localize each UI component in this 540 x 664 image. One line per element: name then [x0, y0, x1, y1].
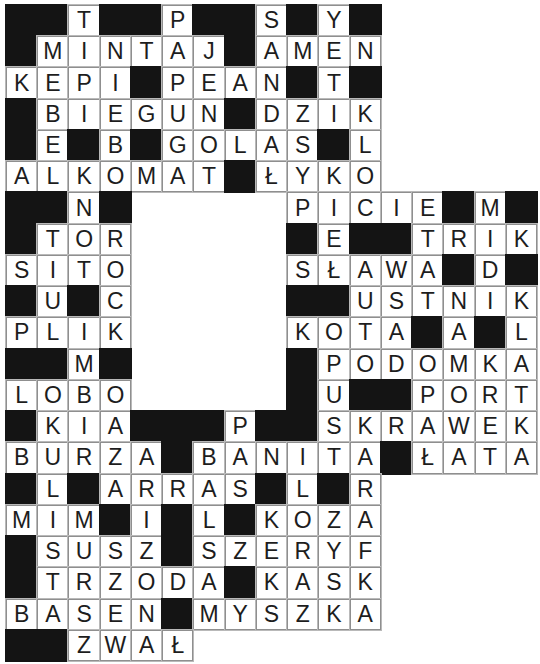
cell-r9c9	[287, 286, 318, 317]
letter-cell-r5c9[interactable]: Y	[287, 161, 318, 192]
letter-cell-r14c7[interactable]: A	[225, 442, 256, 473]
cell-r17c5	[162, 536, 193, 567]
letter-cell-r18c1[interactable]: T	[37, 567, 68, 598]
cell-r0c11	[350, 5, 381, 36]
letter-cell-r1c8[interactable]: A	[256, 36, 287, 67]
letter-cell-r20c4[interactable]: A	[131, 630, 162, 661]
letter-cell-r6c13[interactable]: E	[412, 192, 443, 223]
letter-cell-r8c11[interactable]: A	[350, 255, 381, 286]
image-window-area	[225, 349, 256, 380]
letter-cell-r11c12[interactable]: D	[381, 349, 412, 380]
cell-r1c7	[225, 36, 256, 67]
letter-cell-r3c9[interactable]: Z	[287, 99, 318, 130]
cell-r7c9	[287, 224, 318, 255]
page-background-area	[256, 630, 287, 661]
letter-cell-r4c8[interactable]: A	[256, 130, 287, 161]
letter-cell-r5c11[interactable]: O	[350, 161, 381, 192]
letter-cell-r17c11[interactable]: F	[350, 536, 381, 567]
letter-cell-r19c1[interactable]: A	[37, 599, 68, 630]
page-background-area	[475, 567, 506, 598]
letter-cell-r8c1[interactable]: I	[37, 255, 68, 286]
page-background-area	[506, 161, 537, 192]
letter-cell-r14c3[interactable]: Z	[100, 442, 131, 473]
cell-r1c0	[6, 36, 37, 67]
letter-cell-r18c5[interactable]: D	[162, 567, 193, 598]
letter-cell-r15c9[interactable]: L	[287, 474, 318, 505]
letter-cell-r9c13[interactable]: T	[412, 286, 443, 317]
cell-r2c4	[131, 67, 162, 98]
page-background-area	[412, 161, 443, 192]
letter-cell-r16c4[interactable]: I	[131, 505, 162, 536]
cell-r13c6	[193, 411, 224, 442]
letter-cell-r11c14[interactable]: M	[443, 349, 474, 380]
letter-cell-r2c5[interactable]: P	[162, 67, 193, 98]
letter-cell-r18c6[interactable]: A	[193, 567, 224, 598]
letter-cell-r15c11[interactable]: R	[350, 474, 381, 505]
letter-cell-r14c9[interactable]: I	[287, 442, 318, 473]
letter-cell-r16c2[interactable]: M	[68, 505, 99, 536]
letter-cell-r12c1[interactable]: O	[37, 380, 68, 411]
letter-cell-r2c8[interactable]: N	[256, 67, 287, 98]
letter-cell-r4c5[interactable]: G	[162, 130, 193, 161]
page-background-area	[412, 505, 443, 536]
letter-cell-r15c5[interactable]: R	[162, 474, 193, 505]
letter-cell-r17c9[interactable]: R	[287, 536, 318, 567]
page-background-area	[381, 536, 412, 567]
letter-cell-r12c14[interactable]: O	[443, 380, 474, 411]
letter-cell-r19c8[interactable]: S	[256, 599, 287, 630]
letter-cell-r6c15[interactable]: M	[475, 192, 506, 223]
letter-cell-r16c6[interactable]: L	[193, 505, 224, 536]
letter-cell-r13c3[interactable]: A	[100, 411, 131, 442]
letter-cell-r7c15[interactable]: I	[475, 224, 506, 255]
letter-cell-r8c15[interactable]: D	[475, 255, 506, 286]
image-window-area	[225, 192, 256, 223]
letter-cell-r3c4[interactable]: G	[131, 99, 162, 130]
letter-cell-r19c4[interactable]: N	[131, 599, 162, 630]
letter-cell-r14c16[interactable]: A	[506, 442, 537, 473]
cell-r13c0	[6, 411, 37, 442]
letter-cell-r5c2[interactable]: K	[68, 161, 99, 192]
letter-cell-r13c13[interactable]: A	[412, 411, 443, 442]
page-background-area	[381, 67, 412, 98]
cell-r11c1	[37, 349, 68, 380]
page-background-area	[381, 474, 412, 505]
letter-cell-r3c6[interactable]: N	[193, 99, 224, 130]
page-background-area	[506, 99, 537, 130]
page-background-area	[412, 99, 443, 130]
page-background-area	[318, 630, 349, 661]
page-background-area	[381, 599, 412, 630]
page-background-area	[506, 630, 537, 661]
image-window-area	[162, 192, 193, 223]
letter-cell-r8c12[interactable]: W	[381, 255, 412, 286]
cell-r3c7	[225, 99, 256, 130]
letter-cell-r2c0[interactable]: K	[6, 67, 37, 98]
image-window-area	[256, 317, 287, 348]
letter-cell-r19c3[interactable]: E	[100, 599, 131, 630]
letter-cell-r17c1[interactable]: S	[37, 536, 68, 567]
letter-cell-r10c10[interactable]: O	[318, 317, 349, 348]
letter-cell-r5c8[interactable]: Ł	[256, 161, 287, 192]
cell-r19c5	[162, 599, 193, 630]
cell-r8c16	[506, 255, 537, 286]
letter-cell-r2c2[interactable]: P	[68, 67, 99, 98]
letter-cell-r3c1[interactable]: B	[37, 99, 68, 130]
letter-cell-r19c6[interactable]: M	[193, 599, 224, 630]
cell-r13c4	[131, 411, 162, 442]
letter-cell-r18c2[interactable]: R	[68, 567, 99, 598]
letter-cell-r10c9[interactable]: K	[287, 317, 318, 348]
letter-cell-r1c5[interactable]: A	[162, 36, 193, 67]
cell-r0c9	[287, 5, 318, 36]
page-background-area	[475, 505, 506, 536]
letter-cell-r16c9[interactable]: O	[287, 505, 318, 536]
cell-r0c4	[131, 5, 162, 36]
image-window-area	[193, 224, 224, 255]
letter-cell-r2c3[interactable]: I	[100, 67, 131, 98]
letter-cell-r10c3[interactable]: K	[100, 317, 131, 348]
image-window-area	[131, 192, 162, 223]
page-background-area	[443, 567, 474, 598]
letter-cell-r4c1[interactable]: E	[37, 130, 68, 161]
letter-cell-r10c14[interactable]: A	[443, 317, 474, 348]
cell-r9c0	[6, 286, 37, 317]
letter-cell-r2c6[interactable]: E	[193, 67, 224, 98]
image-window-area	[131, 380, 162, 411]
cell-r11c3	[100, 349, 131, 380]
page-background-area	[475, 36, 506, 67]
letter-cell-r8c3[interactable]: O	[100, 255, 131, 286]
image-window-area	[225, 286, 256, 317]
letter-cell-r2c10[interactable]: T	[318, 67, 349, 98]
letter-cell-r7c2[interactable]: O	[68, 224, 99, 255]
letter-cell-r18c3[interactable]: Z	[100, 567, 131, 598]
letter-cell-r17c7[interactable]: Z	[225, 536, 256, 567]
image-window-area	[225, 224, 256, 255]
letter-cell-r12c2[interactable]: B	[68, 380, 99, 411]
letter-cell-r11c15[interactable]: K	[475, 349, 506, 380]
page-background-area	[381, 505, 412, 536]
letter-cell-r17c6[interactable]: S	[193, 536, 224, 567]
letter-cell-r19c10[interactable]: K	[318, 599, 349, 630]
page-background-area	[475, 474, 506, 505]
letter-cell-r9c3[interactable]: C	[100, 286, 131, 317]
letter-cell-r19c7[interactable]: Y	[225, 599, 256, 630]
letter-cell-r14c4[interactable]: A	[131, 442, 162, 473]
letter-cell-r10c16[interactable]: L	[506, 317, 537, 348]
letter-cell-r4c7[interactable]: L	[225, 130, 256, 161]
letter-cell-r19c11[interactable]: A	[350, 599, 381, 630]
letter-cell-r14c1[interactable]: U	[37, 442, 68, 473]
letter-cell-r6c10[interactable]: I	[318, 192, 349, 223]
letter-cell-r1c9[interactable]: M	[287, 36, 318, 67]
letter-cell-r7c10[interactable]: E	[318, 224, 349, 255]
letter-cell-r4c11[interactable]: L	[350, 130, 381, 161]
letter-cell-r16c1[interactable]: I	[37, 505, 68, 536]
letter-cell-r1c4[interactable]: T	[131, 36, 162, 67]
image-window-area	[162, 317, 193, 348]
cell-r12c11	[350, 380, 381, 411]
letter-cell-r11c2[interactable]: M	[68, 349, 99, 380]
letter-cell-r18c10[interactable]: S	[318, 567, 349, 598]
letter-cell-r11c10[interactable]: P	[318, 349, 349, 380]
page-background-area	[412, 536, 443, 567]
letter-cell-r0c5[interactable]: P	[162, 5, 193, 36]
letter-cell-r3c3[interactable]: E	[100, 99, 131, 130]
image-window-area	[225, 255, 256, 286]
image-window-area	[162, 380, 193, 411]
letter-cell-r7c13[interactable]: T	[412, 224, 443, 255]
page-background-area	[506, 67, 537, 98]
letter-cell-r18c4[interactable]: O	[131, 567, 162, 598]
letter-cell-r7c3[interactable]: R	[100, 224, 131, 255]
cell-r15c8	[256, 474, 287, 505]
letter-cell-r14c10[interactable]: T	[318, 442, 349, 473]
letter-cell-r20c3[interactable]: W	[100, 630, 131, 661]
cell-r14c5	[162, 442, 193, 473]
page-background-area	[443, 630, 474, 661]
image-window-area	[193, 286, 224, 317]
letter-cell-r14c14[interactable]: A	[443, 442, 474, 473]
page-background-area	[506, 36, 537, 67]
cell-r3c0	[6, 99, 37, 130]
page-background-area	[443, 67, 474, 98]
letter-cell-r11c13[interactable]: O	[412, 349, 443, 380]
letter-cell-r10c1[interactable]: L	[37, 317, 68, 348]
letter-cell-r9c16[interactable]: K	[506, 286, 537, 317]
cell-r0c1	[37, 5, 68, 36]
page-background-area	[381, 161, 412, 192]
letter-cell-r10c0[interactable]: P	[6, 317, 37, 348]
page-background-area	[475, 67, 506, 98]
letter-cell-r4c9[interactable]: S	[287, 130, 318, 161]
page-background-area	[287, 630, 318, 661]
cell-r11c0	[6, 349, 37, 380]
letter-cell-r3c11[interactable]: K	[350, 99, 381, 130]
letter-cell-r3c2[interactable]: I	[68, 99, 99, 130]
cell-r13c5	[162, 411, 193, 442]
image-window-area	[256, 192, 287, 223]
letter-cell-r8c9[interactable]: S	[287, 255, 318, 286]
page-background-area	[475, 630, 506, 661]
letter-cell-r0c8[interactable]: S	[256, 5, 287, 36]
letter-cell-r12c0[interactable]: L	[6, 380, 37, 411]
cell-r0c7	[225, 5, 256, 36]
letter-cell-r12c13[interactable]: P	[412, 380, 443, 411]
cell-r4c2	[68, 130, 99, 161]
letter-cell-r2c1[interactable]: E	[37, 67, 68, 98]
letter-cell-r6c9[interactable]: P	[287, 192, 318, 223]
letter-cell-r12c3[interactable]: O	[100, 380, 131, 411]
letter-cell-r4c3[interactable]: B	[100, 130, 131, 161]
letter-cell-r5c10[interactable]: K	[318, 161, 349, 192]
cell-r12c12	[381, 380, 412, 411]
letter-cell-r13c11[interactable]: K	[350, 411, 381, 442]
letter-cell-r3c5[interactable]: U	[162, 99, 193, 130]
letter-cell-r2c7[interactable]: A	[225, 67, 256, 98]
letter-cell-r8c10[interactable]: Ł	[318, 255, 349, 286]
letter-cell-r11c16[interactable]: A	[506, 349, 537, 380]
image-window-area	[193, 192, 224, 223]
letter-cell-r18c8[interactable]: K	[256, 567, 287, 598]
page-background-area	[412, 67, 443, 98]
letter-cell-r13c7[interactable]: P	[225, 411, 256, 442]
page-background-area	[506, 130, 537, 161]
cell-r6c3	[100, 192, 131, 223]
letter-cell-r6c12[interactable]: I	[381, 192, 412, 223]
letter-cell-r12c15[interactable]: R	[475, 380, 506, 411]
letter-cell-r14c15[interactable]: T	[475, 442, 506, 473]
letter-cell-r0c10[interactable]: Y	[318, 5, 349, 36]
letter-cell-r16c11[interactable]: A	[350, 505, 381, 536]
letter-cell-r16c0[interactable]: M	[6, 505, 37, 536]
letter-cell-r7c16[interactable]: K	[506, 224, 537, 255]
letter-cell-r13c10[interactable]: S	[318, 411, 349, 442]
page-background-area	[506, 599, 537, 630]
letter-cell-r15c7[interactable]: S	[225, 474, 256, 505]
cell-r7c11	[350, 224, 381, 255]
page-background-area	[443, 599, 474, 630]
letter-cell-r9c1[interactable]: U	[37, 286, 68, 317]
cell-r14c12	[381, 442, 412, 473]
cell-r11c9	[287, 349, 318, 380]
letter-cell-r14c8[interactable]: N	[256, 442, 287, 473]
letter-cell-r5c3[interactable]: O	[100, 161, 131, 192]
letter-cell-r13c2[interactable]: I	[68, 411, 99, 442]
cell-r9c10	[318, 286, 349, 317]
letter-cell-r10c11[interactable]: T	[350, 317, 381, 348]
letter-cell-r19c9[interactable]: Z	[287, 599, 318, 630]
page-background-area	[443, 474, 474, 505]
letter-cell-r5c4[interactable]: M	[131, 161, 162, 192]
letter-cell-r3c8[interactable]: D	[256, 99, 287, 130]
letter-cell-r8c2[interactable]: T	[68, 255, 99, 286]
letter-cell-r15c4[interactable]: R	[131, 474, 162, 505]
page-background-area	[381, 5, 412, 36]
cell-r7c12	[381, 224, 412, 255]
cell-r4c0	[6, 130, 37, 161]
cell-r20c0	[6, 630, 37, 661]
letter-cell-r5c0[interactable]: A	[6, 161, 37, 192]
letter-cell-r1c3[interactable]: N	[100, 36, 131, 67]
cell-r16c5	[162, 505, 193, 536]
image-window-area	[162, 255, 193, 286]
letter-cell-r14c0[interactable]: B	[6, 442, 37, 473]
letter-cell-r8c0[interactable]: S	[6, 255, 37, 286]
letter-cell-r7c1[interactable]: T	[37, 224, 68, 255]
letter-cell-r14c2[interactable]: R	[68, 442, 99, 473]
letter-cell-r15c6[interactable]: A	[193, 474, 224, 505]
letter-cell-r7c14[interactable]: R	[443, 224, 474, 255]
letter-cell-r1c6[interactable]: J	[193, 36, 224, 67]
cell-r12c9	[287, 380, 318, 411]
letter-cell-r13c15[interactable]: E	[475, 411, 506, 442]
letter-cell-r9c12[interactable]: S	[381, 286, 412, 317]
page-background-area	[506, 505, 537, 536]
letter-cell-r6c2[interactable]: N	[68, 192, 99, 223]
image-window-area	[131, 286, 162, 317]
letter-cell-r1c1[interactable]: M	[37, 36, 68, 67]
letter-cell-r12c10[interactable]: U	[318, 380, 349, 411]
page-background-area	[443, 36, 474, 67]
letter-cell-r5c5[interactable]: A	[162, 161, 193, 192]
letter-cell-r5c6[interactable]: T	[193, 161, 224, 192]
page-background-area	[412, 567, 443, 598]
letter-cell-r14c13[interactable]: Ł	[412, 442, 443, 473]
letter-cell-r17c2[interactable]: U	[68, 536, 99, 567]
letter-cell-r13c1[interactable]: K	[37, 411, 68, 442]
letter-cell-r13c12[interactable]: R	[381, 411, 412, 442]
page-background-area	[475, 130, 506, 161]
letter-cell-r11c11[interactable]: O	[350, 349, 381, 380]
letter-cell-r3c10[interactable]: I	[318, 99, 349, 130]
letter-cell-r1c2[interactable]: I	[68, 36, 99, 67]
letter-cell-r13c14[interactable]: W	[443, 411, 474, 442]
letter-cell-r1c10[interactable]: E	[318, 36, 349, 67]
cell-r13c9	[287, 411, 318, 442]
letter-cell-r16c8[interactable]: K	[256, 505, 287, 536]
letter-cell-r10c2[interactable]: I	[68, 317, 99, 348]
letter-cell-r9c15[interactable]: I	[475, 286, 506, 317]
letter-cell-r1c11[interactable]: N	[350, 36, 381, 67]
letter-cell-r13c16[interactable]: K	[506, 411, 537, 442]
cell-r13c8	[256, 411, 287, 442]
letter-cell-r10c12[interactable]: A	[381, 317, 412, 348]
page-background-area	[381, 130, 412, 161]
cell-r9c2	[68, 286, 99, 317]
letter-cell-r19c2[interactable]: S	[68, 599, 99, 630]
letter-cell-r15c3[interactable]: A	[100, 474, 131, 505]
letter-cell-r6c11[interactable]: C	[350, 192, 381, 223]
letter-cell-r19c0[interactable]: B	[6, 599, 37, 630]
letter-cell-r20c2[interactable]: Z	[68, 630, 99, 661]
letter-cell-r17c8[interactable]: E	[256, 536, 287, 567]
letter-cell-r14c11[interactable]: A	[350, 442, 381, 473]
letter-cell-r20c5[interactable]: Ł	[162, 630, 193, 661]
letter-cell-r0c2[interactable]: T	[68, 5, 99, 36]
page-background-area	[412, 630, 443, 661]
letter-cell-r16c10[interactable]: Z	[318, 505, 349, 536]
cell-r4c4	[131, 130, 162, 161]
page-background-area	[381, 99, 412, 130]
image-window-area	[256, 380, 287, 411]
letter-cell-r15c1[interactable]: L	[37, 474, 68, 505]
cell-r20c1	[37, 630, 68, 661]
letter-cell-r14c6[interactable]: B	[193, 442, 224, 473]
page-background-area	[412, 36, 443, 67]
letter-cell-r18c11[interactable]: K	[350, 567, 381, 598]
letter-cell-r18c9[interactable]: A	[287, 567, 318, 598]
page-background-area	[381, 630, 412, 661]
letter-cell-r4c6[interactable]: O	[193, 130, 224, 161]
image-window-area	[256, 286, 287, 317]
letter-cell-r17c10[interactable]: Y	[318, 536, 349, 567]
letter-cell-r9c11[interactable]: U	[350, 286, 381, 317]
letter-cell-r17c3[interactable]: S	[100, 536, 131, 567]
cell-r5c7	[225, 161, 256, 192]
image-window-area	[162, 349, 193, 380]
letter-cell-r17c4[interactable]: Z	[131, 536, 162, 567]
letter-cell-r9c14[interactable]: N	[443, 286, 474, 317]
cell-r6c1	[37, 192, 68, 223]
letter-cell-r8c13[interactable]: A	[412, 255, 443, 286]
page-background-area	[412, 474, 443, 505]
letter-cell-r12c16[interactable]: T	[506, 380, 537, 411]
cell-r2c9	[287, 67, 318, 98]
letter-cell-r5c1[interactable]: L	[37, 161, 68, 192]
cell-r0c3	[100, 5, 131, 36]
